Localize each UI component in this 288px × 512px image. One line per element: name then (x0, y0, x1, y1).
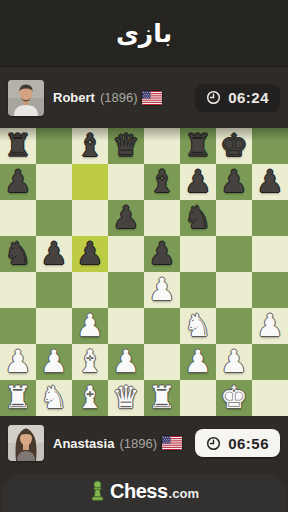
square-c8[interactable]: ♝ (72, 128, 108, 164)
black-rook[interactable]: ♜ (184, 130, 212, 161)
black-bishop[interactable]: ♝ (148, 166, 176, 197)
black-king[interactable]: ♚ (220, 130, 248, 161)
top-player-info: Robert (1896) (53, 90, 162, 105)
square-h5[interactable] (252, 236, 288, 272)
us-flag-icon (142, 91, 162, 105)
square-b8[interactable] (36, 128, 72, 164)
square-e2[interactable] (144, 344, 180, 380)
brand-name: Chess (110, 480, 168, 503)
top-clock-time: 06:24 (228, 89, 269, 106)
square-h1[interactable] (252, 380, 288, 416)
square-d4[interactable] (108, 272, 144, 308)
square-b4[interactable] (36, 272, 72, 308)
square-a1[interactable]: ♜ (0, 380, 36, 416)
square-e7[interactable]: ♝ (144, 164, 180, 200)
bottom-sheet[interactable]: Chess .com (2, 474, 286, 512)
square-f2[interactable]: ♟ (180, 344, 216, 380)
square-g7[interactable]: ♟ (216, 164, 252, 200)
chess-board[interactable]: ♜♝♛♜♚♟♝♟♟♟♟♞♞♟♟♟♟♟♞♟♟♟♝♟♟♟♜♞♝♛♜♚ (0, 128, 288, 416)
white-pawn[interactable]: ♟ (148, 274, 176, 305)
square-c7[interactable] (72, 164, 108, 200)
green-pawn-icon (89, 480, 106, 502)
white-pawn[interactable]: ♟ (112, 346, 140, 377)
square-g8[interactable]: ♚ (216, 128, 252, 164)
chess-app: بازی Robert (1896) (0, 0, 288, 512)
black-pawn[interactable]: ♟ (220, 166, 248, 197)
top-player-bar: Robert (1896) (0, 67, 288, 128)
square-f1[interactable] (180, 380, 216, 416)
white-bishop[interactable]: ♝ (76, 346, 104, 377)
black-pawn[interactable]: ♟ (4, 166, 32, 197)
square-e4[interactable]: ♟ (144, 272, 180, 308)
square-g4[interactable] (216, 272, 252, 308)
black-pawn[interactable]: ♟ (184, 166, 212, 197)
square-c4[interactable] (72, 272, 108, 308)
white-pawn[interactable]: ♟ (4, 346, 32, 377)
black-rook[interactable]: ♜ (4, 130, 32, 161)
square-d1[interactable]: ♛ (108, 380, 144, 416)
square-d3[interactable] (108, 308, 144, 344)
square-d7[interactable] (108, 164, 144, 200)
square-a7[interactable]: ♟ (0, 164, 36, 200)
square-d8[interactable]: ♛ (108, 128, 144, 164)
black-pawn[interactable]: ♟ (148, 238, 176, 269)
white-queen[interactable]: ♛ (112, 382, 140, 413)
white-knight[interactable]: ♞ (40, 382, 68, 413)
square-e3[interactable] (144, 308, 180, 344)
us-flag-icon (162, 436, 182, 450)
square-c5[interactable]: ♟ (72, 236, 108, 272)
square-g5[interactable] (216, 236, 252, 272)
square-h6[interactable] (252, 200, 288, 236)
white-pawn[interactable]: ♟ (76, 310, 104, 341)
player-avatar-bottom[interactable] (8, 425, 44, 461)
square-b7[interactable] (36, 164, 72, 200)
square-h4[interactable] (252, 272, 288, 308)
square-b6[interactable] (36, 200, 72, 236)
chesscom-logo: Chess .com (89, 480, 199, 503)
black-knight[interactable]: ♞ (4, 238, 32, 269)
white-pawn[interactable]: ♟ (220, 346, 248, 377)
brand-suffix: .com (169, 486, 199, 501)
square-b3[interactable] (36, 308, 72, 344)
square-h7[interactable]: ♟ (252, 164, 288, 200)
bottom-clock-time: 06:56 (228, 435, 269, 452)
square-g6[interactable] (216, 200, 252, 236)
black-bishop[interactable]: ♝ (76, 130, 104, 161)
white-rook[interactable]: ♜ (4, 382, 32, 413)
square-c6[interactable] (72, 200, 108, 236)
avatar-photo-robert (8, 80, 44, 116)
square-a6[interactable] (0, 200, 36, 236)
square-a8[interactable]: ♜ (0, 128, 36, 164)
app-header: بازی (0, 0, 288, 67)
bottom-player-info: Anastasia (1896) (53, 436, 182, 451)
square-d6[interactable]: ♟ (108, 200, 144, 236)
clock-icon (206, 436, 221, 451)
square-b1[interactable]: ♞ (36, 380, 72, 416)
square-f7[interactable]: ♟ (180, 164, 216, 200)
white-knight[interactable]: ♞ (184, 310, 212, 341)
white-king[interactable]: ♚ (220, 382, 248, 413)
top-player-rating: (1896) (100, 90, 138, 105)
square-h3[interactable]: ♟ (252, 308, 288, 344)
square-b5[interactable]: ♟ (36, 236, 72, 272)
bottom-player-rating: (1896) (119, 436, 157, 451)
square-a5[interactable]: ♞ (0, 236, 36, 272)
square-f8[interactable]: ♜ (180, 128, 216, 164)
square-d2[interactable]: ♟ (108, 344, 144, 380)
black-pawn[interactable]: ♟ (40, 238, 68, 269)
square-f5[interactable] (180, 236, 216, 272)
clock-icon (206, 90, 221, 105)
player-avatar-top[interactable] (8, 80, 44, 116)
square-g2[interactable]: ♟ (216, 344, 252, 380)
white-rook[interactable]: ♜ (148, 382, 176, 413)
square-f4[interactable] (180, 272, 216, 308)
square-e8[interactable] (144, 128, 180, 164)
square-b2[interactable]: ♟ (36, 344, 72, 380)
black-queen[interactable]: ♛ (112, 130, 140, 161)
square-a4[interactable] (0, 272, 36, 308)
square-e5[interactable]: ♟ (144, 236, 180, 272)
square-a2[interactable]: ♟ (0, 344, 36, 380)
black-pawn[interactable]: ♟ (112, 202, 140, 233)
square-f6[interactable]: ♞ (180, 200, 216, 236)
bottom-player-name: Anastasia (53, 436, 114, 451)
page-title: بازی (116, 19, 172, 48)
square-g3[interactable] (216, 308, 252, 344)
white-pawn[interactable]: ♟ (256, 310, 284, 341)
bottom-player-bar: Anastasia (1896) (0, 416, 288, 470)
white-pawn[interactable]: ♟ (184, 346, 212, 377)
bottom-player-clock: 06:56 (195, 429, 280, 457)
square-h2[interactable] (252, 344, 288, 380)
square-c2[interactable]: ♝ (72, 344, 108, 380)
white-pawn[interactable]: ♟ (40, 346, 68, 377)
square-f3[interactable]: ♞ (180, 308, 216, 344)
square-c3[interactable]: ♟ (72, 308, 108, 344)
square-a3[interactable] (0, 308, 36, 344)
square-h8[interactable] (252, 128, 288, 164)
square-e6[interactable] (144, 200, 180, 236)
top-player-clock: 06:24 (195, 84, 280, 112)
black-knight[interactable]: ♞ (184, 202, 212, 233)
black-pawn[interactable]: ♟ (256, 166, 284, 197)
square-e1[interactable]: ♜ (144, 380, 180, 416)
top-player-name: Robert (53, 90, 95, 105)
square-c1[interactable]: ♝ (72, 380, 108, 416)
square-g1[interactable]: ♚ (216, 380, 252, 416)
square-d5[interactable] (108, 236, 144, 272)
white-bishop[interactable]: ♝ (76, 382, 104, 413)
avatar-photo-anastasia (8, 425, 44, 461)
black-pawn[interactable]: ♟ (76, 238, 104, 269)
